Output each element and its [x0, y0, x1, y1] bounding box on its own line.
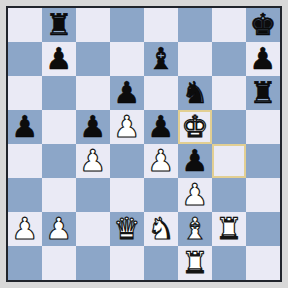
square-g4[interactable]	[212, 144, 246, 178]
square-h3[interactable]	[246, 178, 280, 212]
square-f3[interactable]: ♟	[178, 178, 212, 212]
black-rook-piece[interactable]: ♜	[250, 76, 277, 110]
white-pawn-piece[interactable]: ♟	[12, 212, 39, 246]
square-e3[interactable]	[144, 178, 178, 212]
square-h2[interactable]	[246, 212, 280, 246]
square-b7[interactable]: ♟	[42, 42, 76, 76]
white-pawn-piece[interactable]: ♟	[182, 178, 209, 212]
square-b2[interactable]: ♟	[42, 212, 76, 246]
square-f7[interactable]	[178, 42, 212, 76]
square-a7[interactable]	[8, 42, 42, 76]
white-pawn-piece[interactable]: ♟	[46, 212, 73, 246]
square-h7[interactable]: ♟	[246, 42, 280, 76]
square-c1[interactable]	[76, 246, 110, 280]
square-g3[interactable]	[212, 178, 246, 212]
black-pawn-piece[interactable]: ♟	[148, 110, 175, 144]
square-e2[interactable]: ♞	[144, 212, 178, 246]
square-h4[interactable]	[246, 144, 280, 178]
black-bishop-piece[interactable]: ♝	[148, 42, 175, 76]
square-a6[interactable]	[8, 76, 42, 110]
square-a2[interactable]: ♟	[8, 212, 42, 246]
square-d8[interactable]	[110, 8, 144, 42]
square-c6[interactable]	[76, 76, 110, 110]
square-e5[interactable]: ♟	[144, 110, 178, 144]
square-h5[interactable]	[246, 110, 280, 144]
square-f6[interactable]: ♞	[178, 76, 212, 110]
white-bishop-piece[interactable]: ♝	[182, 212, 209, 246]
square-a1[interactable]	[8, 246, 42, 280]
square-h6[interactable]: ♜	[246, 76, 280, 110]
white-pawn-piece[interactable]: ♟	[80, 144, 107, 178]
white-pawn-piece[interactable]: ♟	[114, 110, 141, 144]
square-f5[interactable]: ♚	[178, 110, 212, 144]
square-b8[interactable]: ♜	[42, 8, 76, 42]
square-b3[interactable]	[42, 178, 76, 212]
square-c5[interactable]: ♟	[76, 110, 110, 144]
square-f4[interactable]: ♟	[178, 144, 212, 178]
black-king-piece[interactable]: ♚	[250, 8, 277, 42]
white-pawn-piece[interactable]: ♟	[148, 144, 175, 178]
square-c4[interactable]: ♟	[76, 144, 110, 178]
square-c7[interactable]	[76, 42, 110, 76]
square-e1[interactable]	[144, 246, 178, 280]
black-pawn-piece[interactable]: ♟	[250, 42, 277, 76]
square-b5[interactable]	[42, 110, 76, 144]
white-queen-piece[interactable]: ♛	[114, 212, 141, 246]
square-e7[interactable]: ♝	[144, 42, 178, 76]
square-a8[interactable]	[8, 8, 42, 42]
chess-board-frame: ♜♚♟♝♟♟♞♜♟♟♟♟♚♟♟♟♟♟♟♛♞♝♜♜	[6, 6, 282, 282]
square-d7[interactable]	[110, 42, 144, 76]
square-d3[interactable]	[110, 178, 144, 212]
square-a3[interactable]	[8, 178, 42, 212]
square-h8[interactable]: ♚	[246, 8, 280, 42]
square-b1[interactable]	[42, 246, 76, 280]
square-a4[interactable]	[8, 144, 42, 178]
square-a5[interactable]: ♟	[8, 110, 42, 144]
white-knight-piece[interactable]: ♞	[148, 212, 175, 246]
square-d4[interactable]	[110, 144, 144, 178]
black-pawn-piece[interactable]: ♟	[12, 110, 39, 144]
square-d6[interactable]: ♟	[110, 76, 144, 110]
square-b6[interactable]	[42, 76, 76, 110]
square-f2[interactable]: ♝	[178, 212, 212, 246]
square-g8[interactable]	[212, 8, 246, 42]
black-knight-piece[interactable]: ♞	[182, 76, 209, 110]
square-e6[interactable]	[144, 76, 178, 110]
square-d2[interactable]: ♛	[110, 212, 144, 246]
square-g2[interactable]: ♜	[212, 212, 246, 246]
square-f8[interactable]	[178, 8, 212, 42]
square-c3[interactable]	[76, 178, 110, 212]
square-g7[interactable]	[212, 42, 246, 76]
black-pawn-piece[interactable]: ♟	[46, 42, 73, 76]
chess-board: ♜♚♟♝♟♟♞♜♟♟♟♟♚♟♟♟♟♟♟♛♞♝♜♜	[8, 8, 280, 280]
square-d1[interactable]	[110, 246, 144, 280]
black-pawn-piece[interactable]: ♟	[80, 110, 107, 144]
square-f1[interactable]: ♜	[178, 246, 212, 280]
square-c8[interactable]	[76, 8, 110, 42]
black-pawn-piece[interactable]: ♟	[182, 144, 209, 178]
white-rook-piece[interactable]: ♜	[182, 246, 209, 280]
black-pawn-piece[interactable]: ♟	[114, 76, 141, 110]
square-g6[interactable]	[212, 76, 246, 110]
square-h1[interactable]	[246, 246, 280, 280]
square-e8[interactable]	[144, 8, 178, 42]
black-rook-piece[interactable]: ♜	[46, 8, 73, 42]
square-c2[interactable]	[76, 212, 110, 246]
square-d5[interactable]: ♟	[110, 110, 144, 144]
white-rook-piece[interactable]: ♜	[216, 212, 243, 246]
square-b4[interactable]	[42, 144, 76, 178]
white-king-piece[interactable]: ♚	[182, 110, 209, 144]
square-g1[interactable]	[212, 246, 246, 280]
square-g5[interactable]	[212, 110, 246, 144]
square-e4[interactable]: ♟	[144, 144, 178, 178]
